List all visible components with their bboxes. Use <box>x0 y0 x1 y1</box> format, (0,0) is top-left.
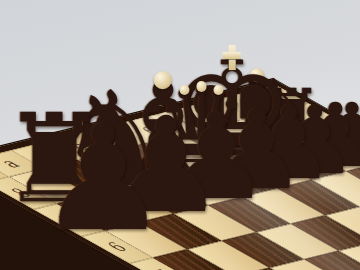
chess-photo-scene: abcdefgh8877665544332211abcdefgh ♜♞♝♛♚♝♞… <box>0 0 360 270</box>
